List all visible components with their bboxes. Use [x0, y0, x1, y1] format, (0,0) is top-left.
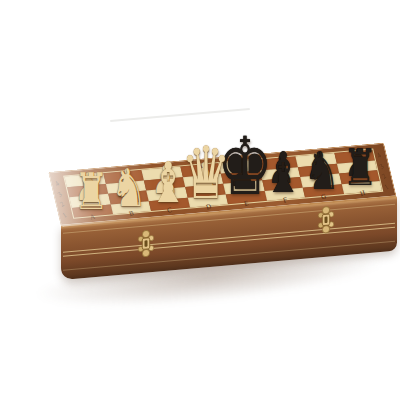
rank-label-right-2: 2: [380, 169, 393, 181]
pinstripe-inlay: [63, 223, 395, 253]
rank-label-right-3: 3: [377, 158, 390, 170]
rank-label-right-4: 4: [375, 148, 388, 160]
brass-clasp-icon: [136, 229, 156, 259]
rank-label-right-1: 1: [382, 179, 395, 191]
brass-clasp-icon: [316, 205, 336, 235]
product-photo: ABCDEFGH 1234 1234 ♜♟♞♟♝♟♛♟♚♟♝♟♞♟♜♟: [0, 0, 400, 400]
pinstripe-inlay: [63, 227, 395, 257]
backdrop-seam: [110, 108, 250, 122]
